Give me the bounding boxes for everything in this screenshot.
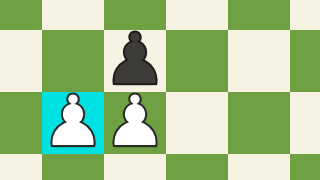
- square-g6[interactable]: [290, 0, 320, 30]
- square-e5[interactable]: [166, 30, 228, 92]
- square-c4[interactable]: ♟: [42, 92, 104, 154]
- square-d4[interactable]: ♟: [104, 92, 166, 154]
- chess-board: ♟♟♟: [0, 0, 320, 180]
- square-c6[interactable]: [42, 0, 104, 30]
- square-g4[interactable]: [290, 92, 320, 154]
- white-pawn[interactable]: ♟: [103, 90, 168, 152]
- square-e3[interactable]: [166, 154, 228, 180]
- square-e4[interactable]: [166, 92, 228, 154]
- square-g3[interactable]: [290, 154, 320, 180]
- square-b4[interactable]: [0, 92, 42, 154]
- chess-board-viewport: ♟♟♟: [0, 0, 320, 180]
- white-pawn[interactable]: ♟: [41, 90, 106, 152]
- square-e6[interactable]: [166, 0, 228, 30]
- square-f3[interactable]: [228, 154, 290, 180]
- square-f6[interactable]: [228, 0, 290, 30]
- square-g5[interactable]: [290, 30, 320, 92]
- square-b6[interactable]: [0, 0, 42, 30]
- square-f5[interactable]: [228, 30, 290, 92]
- square-f4[interactable]: [228, 92, 290, 154]
- square-b3[interactable]: [0, 154, 42, 180]
- square-b5[interactable]: [0, 30, 42, 92]
